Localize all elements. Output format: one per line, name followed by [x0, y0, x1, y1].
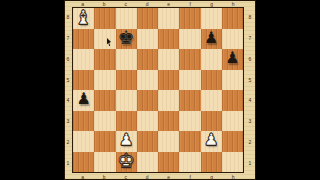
- file-label-f: f: [180, 0, 202, 7]
- file-label-h: h: [223, 0, 245, 7]
- square-f8[interactable]: [179, 8, 200, 29]
- file-label-g: g: [201, 173, 223, 180]
- rank-label-5: 5: [64, 69, 72, 90]
- black-pawn-g7[interactable]: ♟: [204, 30, 218, 46]
- square-b4[interactable]: [94, 90, 115, 111]
- file-label-b: b: [94, 0, 116, 7]
- square-c6[interactable]: [116, 49, 137, 70]
- black-pawn-a4[interactable]: ♟: [76, 91, 90, 107]
- file-label-d: d: [137, 173, 159, 180]
- square-b6[interactable]: [94, 49, 115, 70]
- file-label-e: e: [158, 0, 180, 7]
- square-c4[interactable]: [116, 90, 137, 111]
- square-e1[interactable]: [158, 152, 179, 173]
- black-pawn-h6[interactable]: ♟: [225, 50, 239, 66]
- square-e5[interactable]: [158, 70, 179, 91]
- square-d3[interactable]: [137, 111, 158, 132]
- square-c5[interactable]: [116, 70, 137, 91]
- white-pawn-g2[interactable]: ♟: [204, 132, 218, 148]
- square-d6[interactable]: [137, 49, 158, 70]
- square-g8[interactable]: [201, 8, 222, 29]
- square-h8[interactable]: [222, 8, 243, 29]
- square-g1[interactable]: [201, 152, 222, 173]
- rank-label-6: 6: [244, 49, 256, 70]
- file-label-h: h: [223, 173, 245, 180]
- square-b1[interactable]: [94, 152, 115, 173]
- square-a7[interactable]: [73, 29, 94, 50]
- rank-labels-right: 87654321: [244, 7, 256, 173]
- file-label-f: f: [180, 173, 202, 180]
- file-label-d: d: [137, 0, 159, 7]
- square-h2[interactable]: [222, 131, 243, 152]
- rank-label-8: 8: [64, 7, 72, 28]
- file-labels-bottom: abcdefgh: [72, 173, 244, 180]
- square-h4[interactable]: [222, 90, 243, 111]
- square-f6[interactable]: [179, 49, 200, 70]
- rank-label-6: 6: [64, 49, 72, 70]
- square-f7[interactable]: [179, 29, 200, 50]
- rank-label-3: 3: [244, 111, 256, 132]
- square-f2[interactable]: [179, 131, 200, 152]
- square-h6[interactable]: ♟: [222, 49, 243, 70]
- rank-label-1: 1: [64, 152, 72, 173]
- square-d2[interactable]: [137, 131, 158, 152]
- square-b3[interactable]: [94, 111, 115, 132]
- rank-label-2: 2: [64, 132, 72, 153]
- rank-label-5: 5: [244, 69, 256, 90]
- file-label-c: c: [115, 173, 137, 180]
- square-e3[interactable]: [158, 111, 179, 132]
- square-f5[interactable]: [179, 70, 200, 91]
- square-g5[interactable]: [201, 70, 222, 91]
- square-g2[interactable]: ♟: [201, 131, 222, 152]
- rank-label-8: 8: [244, 7, 256, 28]
- square-f1[interactable]: [179, 152, 200, 173]
- square-c1[interactable]: ♚: [116, 152, 137, 173]
- rank-label-3: 3: [64, 111, 72, 132]
- square-f4[interactable]: [179, 90, 200, 111]
- file-label-c: c: [115, 0, 137, 7]
- file-label-b: b: [94, 173, 116, 180]
- square-h1[interactable]: [222, 152, 243, 173]
- square-g7[interactable]: ♟: [201, 29, 222, 50]
- square-h7[interactable]: [222, 29, 243, 50]
- square-e6[interactable]: [158, 49, 179, 70]
- file-label-e: e: [158, 173, 180, 180]
- rank-label-4: 4: [64, 90, 72, 111]
- square-b5[interactable]: [94, 70, 115, 91]
- square-c3[interactable]: [116, 111, 137, 132]
- square-d7[interactable]: [137, 29, 158, 50]
- rank-label-1: 1: [244, 152, 256, 173]
- square-d1[interactable]: [137, 152, 158, 173]
- square-c7[interactable]: ♚: [116, 29, 137, 50]
- square-e8[interactable]: [158, 8, 179, 29]
- file-label-g: g: [201, 0, 223, 7]
- white-king-c1[interactable]: ♚: [118, 151, 135, 170]
- rank-label-7: 7: [244, 28, 256, 49]
- square-e4[interactable]: [158, 90, 179, 111]
- square-d8[interactable]: [137, 8, 158, 29]
- file-label-a: a: [72, 173, 94, 180]
- white-bishop-a8[interactable]: ♝: [75, 8, 92, 27]
- square-d5[interactable]: [137, 70, 158, 91]
- square-h3[interactable]: [222, 111, 243, 132]
- file-labels-top: abcdefgh: [72, 0, 244, 7]
- black-king-c7[interactable]: ♚: [118, 28, 135, 47]
- square-d4[interactable]: [137, 90, 158, 111]
- white-pawn-c2[interactable]: ♟: [119, 132, 133, 148]
- square-b8[interactable]: [94, 8, 115, 29]
- square-b7[interactable]: [94, 29, 115, 50]
- square-e2[interactable]: [158, 131, 179, 152]
- square-f3[interactable]: [179, 111, 200, 132]
- square-b2[interactable]: [94, 131, 115, 152]
- rank-labels-left: 87654321: [64, 7, 72, 173]
- square-a1[interactable]: [73, 152, 94, 173]
- chess-board: ♝♚♟♟♟♟♟♚: [72, 7, 244, 173]
- square-e7[interactable]: [158, 29, 179, 50]
- square-a4[interactable]: ♟: [73, 90, 94, 111]
- square-h5[interactable]: [222, 70, 243, 91]
- square-a5[interactable]: [73, 70, 94, 91]
- rank-label-4: 4: [244, 90, 256, 111]
- square-a8[interactable]: ♝: [73, 8, 94, 29]
- square-g3[interactable]: [201, 111, 222, 132]
- square-g6[interactable]: [201, 49, 222, 70]
- rank-label-2: 2: [244, 132, 256, 153]
- rank-label-7: 7: [64, 28, 72, 49]
- square-g4[interactable]: [201, 90, 222, 111]
- square-a2[interactable]: [73, 131, 94, 152]
- square-a3[interactable]: [73, 111, 94, 132]
- screen: { "game": "chess", "position": "B7/2k3p1…: [0, 0, 320, 180]
- square-a6[interactable]: [73, 49, 94, 70]
